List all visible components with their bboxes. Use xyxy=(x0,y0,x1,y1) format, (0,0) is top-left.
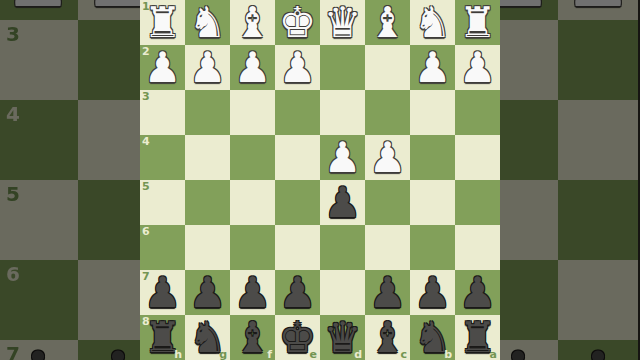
square-a2[interactable]: ♟ xyxy=(455,45,500,90)
file-label-e: e xyxy=(310,349,317,360)
square-e4[interactable] xyxy=(275,135,320,180)
square-d7[interactable] xyxy=(320,270,365,315)
square-b2[interactable]: ♟ xyxy=(410,45,455,90)
square-b4[interactable] xyxy=(410,135,455,180)
square-h7[interactable]: 7♟ xyxy=(140,270,185,315)
square-g1[interactable]: ♞ xyxy=(185,0,230,45)
file-label-h: h xyxy=(174,349,182,360)
square-e3[interactable] xyxy=(275,90,320,135)
square-e5[interactable] xyxy=(275,180,320,225)
square-d8[interactable]: d♛ xyxy=(320,315,365,360)
rank-label-3: 3 xyxy=(6,24,20,44)
square-e8[interactable]: e♚ xyxy=(275,315,320,360)
black-pawn-piece[interactable]: ♟ xyxy=(414,272,452,314)
chess-board-container: 1♜♞♝♚♛♝♞♜2♟♟♟♟♟♟34♟♟5♟67♟♟♟♟♟♟♟8h♜g♞f♝e♚… xyxy=(140,0,500,360)
square-d1[interactable]: ♛ xyxy=(320,0,365,45)
square-h5: 5 xyxy=(0,180,78,260)
square-e7[interactable]: ♟ xyxy=(275,270,320,315)
square-h7: 7♟ xyxy=(0,340,78,360)
black-pawn-piece[interactable]: ♟ xyxy=(459,272,497,314)
square-c4[interactable]: ♟ xyxy=(365,135,410,180)
square-g5[interactable] xyxy=(185,180,230,225)
square-b5[interactable] xyxy=(410,180,455,225)
square-b7[interactable]: ♟ xyxy=(410,270,455,315)
file-label-b: b xyxy=(444,349,452,360)
white-knight-piece[interactable]: ♞ xyxy=(414,2,452,44)
white-pawn-piece: ♟ xyxy=(4,0,72,18)
white-pawn-piece[interactable]: ♟ xyxy=(459,47,497,89)
black-pawn-piece[interactable]: ♟ xyxy=(324,182,362,224)
square-h5[interactable]: 5 xyxy=(140,180,185,225)
rank-label-6: 6 xyxy=(142,226,150,237)
rank-label-3: 3 xyxy=(142,91,150,102)
white-pawn-piece[interactable]: ♟ xyxy=(414,47,452,89)
square-b3[interactable] xyxy=(410,90,455,135)
square-a8[interactable]: a♜ xyxy=(455,315,500,360)
file-label-c: c xyxy=(400,349,407,360)
rank-label-6: 6 xyxy=(6,264,20,284)
rank-label-8: 8 xyxy=(142,316,150,327)
white-pawn-piece: ♟ xyxy=(564,0,632,18)
square-h6: 6 xyxy=(0,260,78,340)
black-pawn-piece[interactable]: ♟ xyxy=(279,272,317,314)
white-pawn-piece[interactable]: ♟ xyxy=(234,47,272,89)
black-bishop-piece[interactable]: ♝ xyxy=(234,317,272,359)
square-f3[interactable] xyxy=(230,90,275,135)
square-a7[interactable]: ♟ xyxy=(455,270,500,315)
square-h2: 2♟ xyxy=(0,0,78,20)
square-h1[interactable]: 1♜ xyxy=(140,0,185,45)
square-a6[interactable] xyxy=(455,225,500,270)
video-frame: 1♜♞♝♚♛♝♞♜2♟♟♟♟♟♟34♟♟5♟67♟♟♟♟♟♟♟8h♜g♞f♝e♚… xyxy=(0,0,640,360)
square-f1[interactable]: ♝ xyxy=(230,0,275,45)
square-h4: 4 xyxy=(0,100,78,180)
square-c1[interactable]: ♝ xyxy=(365,0,410,45)
white-knight-piece[interactable]: ♞ xyxy=(189,2,227,44)
square-d3[interactable] xyxy=(320,90,365,135)
square-d5[interactable]: ♟ xyxy=(320,180,365,225)
square-c2[interactable] xyxy=(365,45,410,90)
square-a6 xyxy=(558,260,638,340)
square-g7[interactable]: ♟ xyxy=(185,270,230,315)
square-d4[interactable]: ♟ xyxy=(320,135,365,180)
square-h3: 3 xyxy=(0,20,78,100)
square-a5 xyxy=(558,180,638,260)
square-a1[interactable]: ♜ xyxy=(455,0,500,45)
white-bishop-piece[interactable]: ♝ xyxy=(234,2,272,44)
square-d6[interactable] xyxy=(320,225,365,270)
square-h8[interactable]: 8h♜ xyxy=(140,315,185,360)
black-pawn-piece[interactable]: ♟ xyxy=(369,272,407,314)
square-a3[interactable] xyxy=(455,90,500,135)
rank-label-7: 7 xyxy=(142,271,150,282)
square-h2[interactable]: 2♟ xyxy=(140,45,185,90)
square-e2[interactable]: ♟ xyxy=(275,45,320,90)
rank-label-7: 7 xyxy=(6,344,20,360)
file-label-f: f xyxy=(267,349,272,360)
square-a5[interactable] xyxy=(455,180,500,225)
square-g4[interactable] xyxy=(185,135,230,180)
file-label-g: g xyxy=(219,349,227,360)
square-b6[interactable] xyxy=(410,225,455,270)
square-h4[interactable]: 4 xyxy=(140,135,185,180)
white-bishop-piece[interactable]: ♝ xyxy=(369,2,407,44)
rank-label-5: 5 xyxy=(142,181,150,192)
square-a7: ♟ xyxy=(558,340,638,360)
square-c5[interactable] xyxy=(365,180,410,225)
square-f5[interactable] xyxy=(230,180,275,225)
square-f2[interactable]: ♟ xyxy=(230,45,275,90)
white-rook-piece[interactable]: ♜ xyxy=(459,2,497,44)
rank-label-5: 5 xyxy=(6,184,20,204)
square-f6[interactable] xyxy=(230,225,275,270)
square-g8[interactable]: g♞ xyxy=(185,315,230,360)
square-e6[interactable] xyxy=(275,225,320,270)
square-c8[interactable]: c♝ xyxy=(365,315,410,360)
square-h6[interactable]: 6 xyxy=(140,225,185,270)
square-a4[interactable] xyxy=(455,135,500,180)
square-b8[interactable]: b♞ xyxy=(410,315,455,360)
square-f8[interactable]: f♝ xyxy=(230,315,275,360)
square-g3[interactable] xyxy=(185,90,230,135)
square-a4 xyxy=(558,100,638,180)
square-g2[interactable]: ♟ xyxy=(185,45,230,90)
white-queen-piece[interactable]: ♛ xyxy=(324,2,362,44)
main-board: 1♜♞♝♚♛♝♞♜2♟♟♟♟♟♟34♟♟5♟67♟♟♟♟♟♟♟8h♜g♞f♝e♚… xyxy=(140,0,500,360)
file-label-a: a xyxy=(490,349,497,360)
white-pawn-piece[interactable]: ♟ xyxy=(279,47,317,89)
white-pawn-piece[interactable]: ♟ xyxy=(324,137,362,179)
rank-label-2: 2 xyxy=(142,46,150,57)
square-f7[interactable]: ♟ xyxy=(230,270,275,315)
square-f4[interactable] xyxy=(230,135,275,180)
file-label-d: d xyxy=(354,349,362,360)
white-pawn-piece[interactable]: ♟ xyxy=(189,47,227,89)
white-king-piece[interactable]: ♚ xyxy=(279,2,317,44)
square-a2: ♟ xyxy=(558,0,638,20)
rank-label-4: 4 xyxy=(142,136,150,147)
square-g6[interactable] xyxy=(185,225,230,270)
white-pawn-piece[interactable]: ♟ xyxy=(369,137,407,179)
square-a3 xyxy=(558,20,638,100)
square-c3[interactable] xyxy=(365,90,410,135)
black-pawn-piece[interactable]: ♟ xyxy=(189,272,227,314)
square-h3[interactable]: 3 xyxy=(140,90,185,135)
black-pawn-piece: ♟ xyxy=(564,342,632,360)
square-b1[interactable]: ♞ xyxy=(410,0,455,45)
rank-label-4: 4 xyxy=(6,104,20,124)
square-c6[interactable] xyxy=(365,225,410,270)
square-d2[interactable] xyxy=(320,45,365,90)
black-pawn-piece[interactable]: ♟ xyxy=(234,272,272,314)
square-c7[interactable]: ♟ xyxy=(365,270,410,315)
square-e1[interactable]: ♚ xyxy=(275,0,320,45)
rank-label-1: 1 xyxy=(142,1,150,12)
